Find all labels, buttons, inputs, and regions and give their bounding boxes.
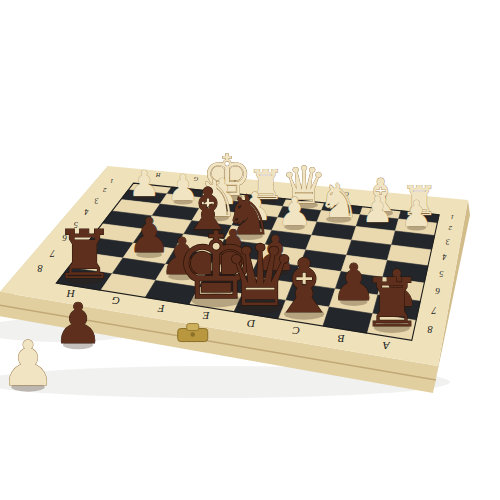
chessboard-photo: HHGGFFEEDDCCBBAA1122334455667788♚♜♛♝♜♟♟♟… <box>0 0 500 500</box>
piece-black-pawn-table[interactable]: ♟ <box>53 291 103 356</box>
rank-label-right-6: 6 <box>435 286 440 296</box>
piece-glyph: ♜ <box>362 264 422 342</box>
file-label-near-B: B <box>338 333 345 345</box>
file-label-near-G: G <box>112 295 120 307</box>
piece-glyph: ♝ <box>271 243 338 330</box>
piece-white-pawn-a2[interactable]: ♟ <box>401 193 433 234</box>
rank-label-left-8: 8 <box>37 263 43 274</box>
piece-white-pawn-b2[interactable]: ♟ <box>362 189 394 230</box>
latch-keyhole <box>191 332 195 336</box>
rank-label-left-3: 3 <box>94 196 99 205</box>
piece-glyph: ♟ <box>401 193 433 234</box>
rank-label-left-1: 1 <box>110 178 113 185</box>
rank-label-right-1: 1 <box>451 214 454 221</box>
rank-label-left-2: 2 <box>103 186 107 194</box>
piece-glyph: ♟ <box>0 327 56 400</box>
rank-label-right-4: 4 <box>443 252 447 261</box>
piece-glyph: ♞ <box>318 174 360 228</box>
latch-hook[interactable] <box>187 324 199 331</box>
file-label-near-A: A <box>383 340 391 352</box>
product-photo-scene: HHGGFFEEDDCCBBAA1122334455667788♚♜♛♝♜♟♟♟… <box>0 0 500 500</box>
piece-white-pawn-h2[interactable]: ♟ <box>128 163 160 204</box>
rank-label-right-8: 8 <box>427 324 433 335</box>
piece-glyph: ♟ <box>362 189 394 230</box>
rank-label-right-3: 3 <box>445 237 450 246</box>
piece-glyph: ♟ <box>128 163 160 204</box>
piece-black-rook-a8[interactable]: ♜ <box>362 264 422 342</box>
rank-label-right-2: 2 <box>448 224 452 232</box>
piece-white-pawn-table[interactable]: ♟ <box>0 327 56 400</box>
file-label-near-F: F <box>157 303 165 315</box>
piece-glyph: ♟ <box>53 291 103 356</box>
piece-white-knight-c2[interactable]: ♞ <box>318 174 360 228</box>
piece-black-rook-h8[interactable]: ♜ <box>54 216 114 294</box>
rank-label-right-5: 5 <box>438 269 443 279</box>
piece-glyph: ♜ <box>54 216 114 294</box>
piece-black-bishop-c8[interactable]: ♝ <box>271 243 338 330</box>
